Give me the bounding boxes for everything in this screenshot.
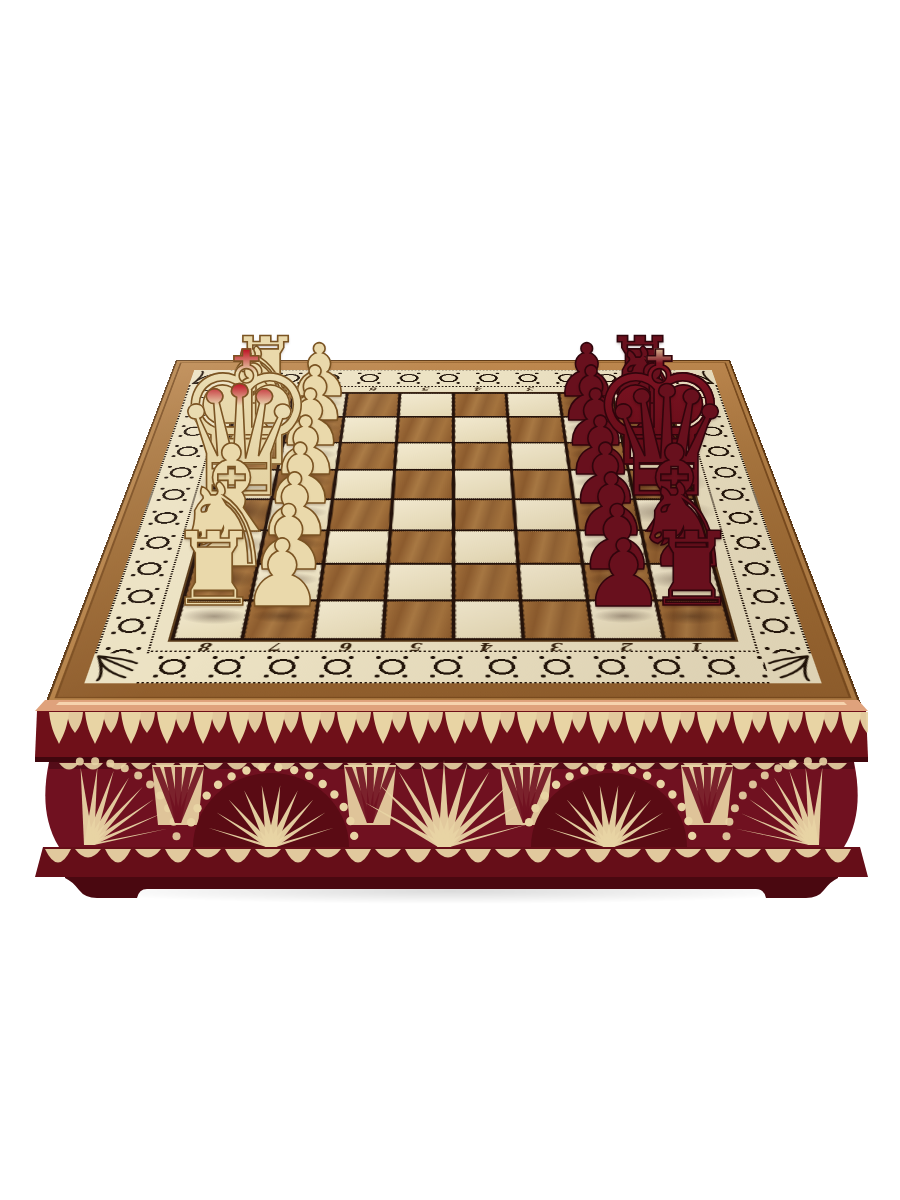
copper-trim: [35, 700, 868, 711]
rank-label: 6: [340, 640, 354, 653]
square-d8: [205, 500, 271, 530]
square-e3: [513, 471, 572, 499]
square-b3: [520, 565, 586, 599]
rank-label: 2: [621, 640, 636, 653]
square-h3: [507, 394, 561, 417]
rank-label: 5: [423, 386, 431, 392]
square-a6: [315, 601, 384, 638]
rank-label: 8: [199, 640, 215, 653]
square-b1: [649, 565, 720, 599]
rank-label: 1: [691, 640, 707, 653]
rank-label: 4: [475, 386, 483, 392]
ray-tile: [152, 765, 204, 825]
square-e7: [274, 471, 335, 499]
rank-labels-far: 87654321: [242, 385, 663, 393]
square-d7: [267, 500, 331, 530]
square-b8: [185, 565, 256, 599]
square-g7: [285, 418, 342, 442]
square-b4: [455, 565, 519, 599]
left-foot: [65, 877, 157, 898]
square-a5: [385, 601, 452, 638]
square-a3: [522, 601, 591, 638]
corner-flourish-icon: [762, 653, 822, 683]
square-f7: [280, 443, 339, 469]
base-strip: [139, 877, 764, 889]
corner-flourish-icon: [676, 370, 717, 386]
square-h5: [400, 394, 452, 417]
square-h4: [454, 394, 506, 417]
rank-label: 4: [481, 640, 494, 653]
square-e5: [394, 471, 451, 499]
square-h1: [613, 394, 670, 417]
square-a7: [244, 601, 316, 638]
square-h8: [236, 394, 293, 417]
square-c3: [517, 531, 581, 563]
square-g3: [509, 418, 564, 442]
square-a4: [455, 601, 522, 638]
square-c8: [195, 531, 263, 563]
square-e6: [334, 471, 393, 499]
square-b7: [253, 565, 322, 599]
square-d5: [392, 500, 451, 530]
square-c4: [455, 531, 517, 563]
square-f8: [221, 443, 282, 469]
square-c1: [642, 531, 710, 563]
rank-label: 5: [411, 640, 424, 653]
square-f6: [338, 443, 395, 469]
rank-label: 6: [370, 386, 378, 392]
square-c5: [390, 531, 452, 563]
square-e2: [571, 471, 632, 499]
square-h7: [291, 394, 346, 417]
rank-label: 7: [270, 640, 285, 653]
square-g1: [618, 418, 677, 442]
square-e8: [213, 471, 276, 499]
rank-label: 8: [265, 386, 274, 392]
ornament-band-near: [84, 651, 821, 684]
corner-flourish-icon: [189, 370, 230, 386]
square-c7: [260, 531, 326, 563]
lid-seam: [35, 757, 868, 762]
square-b2: [585, 565, 654, 599]
square-d6: [330, 500, 392, 530]
square-c6: [325, 531, 389, 563]
square-g2: [564, 418, 621, 442]
board-top: 87654321 87654321: [45, 360, 860, 702]
square-f1: [624, 443, 685, 469]
square-g6: [342, 418, 397, 442]
photo-canvas: { "game": "chess", "title": "Hand-carved…: [0, 0, 900, 1200]
copper-highlight: [56, 702, 847, 705]
square-a2: [590, 601, 662, 638]
square-h2: [560, 394, 615, 417]
square-e1: [630, 471, 693, 499]
square-d4: [455, 500, 514, 530]
square-e4: [454, 471, 511, 499]
square-f3: [511, 443, 568, 469]
rank-label: 2: [580, 386, 589, 392]
square-f2: [567, 443, 626, 469]
square-g4: [454, 418, 508, 442]
corner-flourish-icon: [84, 653, 144, 683]
rank-label: 7: [318, 386, 327, 392]
square-a8: [174, 601, 248, 638]
rank-label: 3: [527, 386, 535, 392]
square-b6: [320, 565, 386, 599]
rank-label: 3: [551, 640, 565, 653]
right-foot: [746, 877, 838, 898]
square-f4: [454, 443, 509, 469]
square-d3: [515, 500, 577, 530]
square-b5: [387, 565, 451, 599]
rank-labels-near: 87654321: [170, 639, 736, 655]
square-d2: [575, 500, 639, 530]
square-d1: [636, 500, 702, 530]
ray-tile: [681, 765, 733, 825]
square-f5: [396, 443, 451, 469]
chessbox-scene: 87654321 87654321 ♜♞♝♛♚♝♞♜♟♟♟♟♟♟♟♟♟♟♟♟♟♟…: [0, 0, 900, 1200]
box-front-carving: [35, 699, 868, 899]
square-h6: [345, 394, 399, 417]
rank-label: 1: [632, 386, 641, 392]
square-c2: [580, 531, 646, 563]
square-a1: [657, 601, 731, 638]
chessboard-grid: [174, 394, 731, 639]
square-g8: [229, 418, 288, 442]
square-g5: [398, 418, 452, 442]
